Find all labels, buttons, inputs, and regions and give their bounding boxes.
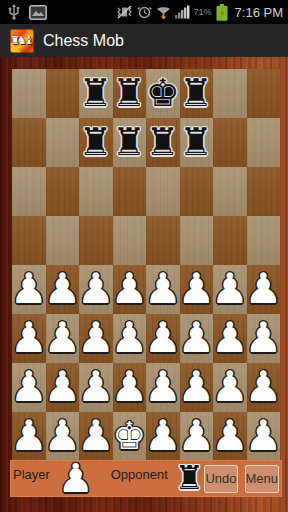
white-pawn-piece: ♟: [12, 317, 46, 359]
square-c4[interactable]: ♟: [79, 265, 113, 314]
square-c3[interactable]: ♟: [79, 314, 113, 363]
square-f2[interactable]: ♟: [180, 363, 214, 412]
square-d2[interactable]: ♟: [113, 363, 147, 412]
bottom-bar: Player ♟ Opponent ♜ Undo Menu: [10, 460, 282, 497]
square-h5[interactable]: [247, 216, 281, 265]
square-f8[interactable]: ♜: [180, 69, 214, 118]
square-f7[interactable]: ♜: [180, 118, 214, 167]
white-pawn-piece: ♟: [180, 366, 214, 408]
square-e5[interactable]: [146, 216, 180, 265]
square-e4[interactable]: ♟: [146, 265, 180, 314]
square-e3[interactable]: ♟: [146, 314, 180, 363]
square-f6[interactable]: [180, 167, 214, 216]
square-g8[interactable]: [213, 69, 247, 118]
black-rook-piece: ♜: [79, 74, 113, 112]
black-rook-piece: ♜: [79, 123, 113, 161]
square-b1[interactable]: ♟: [46, 412, 80, 461]
white-pawn-piece: ♟: [79, 317, 113, 359]
white-pawn-piece: ♟: [146, 317, 180, 359]
title-bar: ♜♞♝ Chess Mob: [0, 24, 288, 57]
opponent-rook-icon: ♜: [175, 461, 205, 494]
square-b2[interactable]: ♟: [46, 363, 80, 412]
white-pawn-piece: ♟: [79, 268, 113, 310]
mute-vibrate-icon: [116, 5, 133, 19]
square-g3[interactable]: ♟: [213, 314, 247, 363]
square-g6[interactable]: [213, 167, 247, 216]
square-e1[interactable]: ♟: [146, 412, 180, 461]
white-pawn-piece: ♟: [146, 415, 180, 457]
square-b4[interactable]: ♟: [46, 265, 80, 314]
black-rook-piece: ♜: [113, 123, 147, 161]
phone-screen: 71% 7:16 PM ♜♞♝ Chess Mob ♜♜♚♜♜♜♜♜♟♟♟♟♟♟…: [0, 0, 288, 512]
white-pawn-piece: ♟: [79, 366, 113, 408]
black-rook-piece: ♜: [180, 123, 214, 161]
white-pawn-piece: ♟: [247, 366, 281, 408]
square-d4[interactable]: ♟: [113, 265, 147, 314]
square-e6[interactable]: [146, 167, 180, 216]
clock-text: 7:16 PM: [235, 5, 283, 20]
app-icon: ♜♞♝: [10, 29, 34, 53]
square-b8[interactable]: [46, 69, 80, 118]
square-g4[interactable]: ♟: [213, 265, 247, 314]
signal-strength-icon: [175, 5, 190, 19]
white-pawn-piece: ♟: [213, 317, 247, 359]
battery-percent: 71%: [194, 7, 212, 17]
square-g2[interactable]: ♟: [213, 363, 247, 412]
square-d6[interactable]: [113, 167, 147, 216]
white-pawn-piece: ♟: [180, 317, 214, 359]
square-h6[interactable]: [247, 167, 281, 216]
square-f5[interactable]: [180, 216, 214, 265]
white-pawn-piece: ♟: [146, 366, 180, 408]
square-a6[interactable]: [12, 167, 46, 216]
status-right-icons: 71% 7:16 PM: [116, 4, 285, 21]
square-c5[interactable]: [79, 216, 113, 265]
white-pawn-piece: ♟: [247, 268, 281, 310]
square-d5[interactable]: [113, 216, 147, 265]
white-pawn-piece: ♟: [113, 317, 147, 359]
status-left-icons: [8, 4, 47, 20]
square-a4[interactable]: ♟: [12, 265, 46, 314]
alarm-icon: [137, 5, 152, 19]
black-rook-piece: ♜: [180, 74, 214, 112]
square-b7[interactable]: [46, 118, 80, 167]
white-pawn-piece: ♟: [12, 415, 46, 457]
square-g1[interactable]: ♟: [213, 412, 247, 461]
wifi-download-icon: [156, 5, 171, 20]
square-b5[interactable]: [46, 216, 80, 265]
square-g5[interactable]: [213, 216, 247, 265]
white-pawn-piece: ♟: [213, 415, 247, 457]
square-e2[interactable]: ♟: [146, 363, 180, 412]
app-icon-glyphs: ♜♞♝: [10, 34, 31, 47]
square-d7[interactable]: ♜: [113, 118, 147, 167]
white-pawn-piece: ♟: [113, 268, 147, 310]
black-rook-piece: ♜: [146, 123, 180, 161]
white-pawn-piece: ♟: [46, 415, 80, 457]
square-h7[interactable]: [247, 118, 281, 167]
square-d1[interactable]: ♚: [113, 412, 147, 461]
white-pawn-piece: ♟: [46, 366, 80, 408]
white-pawn-piece: ♟: [146, 268, 180, 310]
white-pawn-piece: ♟: [12, 268, 46, 310]
white-pawn-piece: ♟: [247, 317, 281, 359]
square-a3[interactable]: ♟: [12, 314, 46, 363]
square-a1[interactable]: ♟: [12, 412, 46, 461]
app-title: Chess Mob: [43, 32, 124, 50]
square-f1[interactable]: ♟: [180, 412, 214, 461]
white-pawn-piece: ♟: [247, 415, 281, 457]
square-g7[interactable]: [213, 118, 247, 167]
square-d8[interactable]: ♜: [113, 69, 147, 118]
square-c1[interactable]: ♟: [79, 412, 113, 461]
white-pawn-piece: ♟: [79, 415, 113, 457]
square-a5[interactable]: [12, 216, 46, 265]
square-e7[interactable]: ♜: [146, 118, 180, 167]
white-pawn-piece: ♟: [46, 268, 80, 310]
square-c6[interactable]: [79, 167, 113, 216]
square-d3[interactable]: ♟: [113, 314, 147, 363]
white-pawn-piece: ♟: [180, 268, 214, 310]
menu-button[interactable]: Menu: [245, 465, 280, 493]
square-h4[interactable]: ♟: [247, 265, 281, 314]
square-h2[interactable]: ♟: [247, 363, 281, 412]
square-h3[interactable]: ♟: [247, 314, 281, 363]
square-a7[interactable]: [12, 118, 46, 167]
battery-charging-icon: [216, 4, 228, 21]
square-c8[interactable]: ♜: [79, 69, 113, 118]
square-b3[interactable]: ♟: [46, 314, 80, 363]
board: ♜♜♚♜♜♜♜♜♟♟♟♟♟♟♟♟♟♟♟♟♟♟♟♟♟♟♟♟♟♟♟♟♟♟♟♚♟♟♟♟: [12, 69, 280, 461]
opponent-label: Opponent: [111, 467, 168, 482]
square-c7[interactable]: ♜: [79, 118, 113, 167]
square-h8[interactable]: [247, 69, 281, 118]
square-f3[interactable]: ♟: [180, 314, 214, 363]
player-label: Player: [13, 467, 50, 482]
white-pawn-piece: ♟: [113, 366, 147, 408]
gallery-icon: [29, 5, 47, 20]
square-e8[interactable]: ♚: [146, 69, 180, 118]
usb-icon: [8, 4, 20, 20]
white-king-piece: ♚: [113, 417, 147, 455]
status-bar: 71% 7:16 PM: [0, 0, 288, 24]
white-pawn-piece: ♟: [213, 366, 247, 408]
white-pawn-piece: ♟: [46, 317, 80, 359]
white-pawn-piece: ♟: [12, 366, 46, 408]
square-c2[interactable]: ♟: [79, 363, 113, 412]
square-b6[interactable]: [46, 167, 80, 216]
square-f4[interactable]: ♟: [180, 265, 214, 314]
black-king-piece: ♚: [146, 74, 180, 112]
white-pawn-piece: ♟: [180, 415, 214, 457]
player-pawn-icon: ♟: [58, 458, 94, 498]
square-a8[interactable]: [12, 69, 46, 118]
square-h1[interactable]: ♟: [247, 412, 281, 461]
white-pawn-piece: ♟: [213, 268, 247, 310]
undo-button[interactable]: Undo: [204, 465, 237, 493]
square-a2[interactable]: ♟: [12, 363, 46, 412]
black-rook-piece: ♜: [113, 74, 147, 112]
